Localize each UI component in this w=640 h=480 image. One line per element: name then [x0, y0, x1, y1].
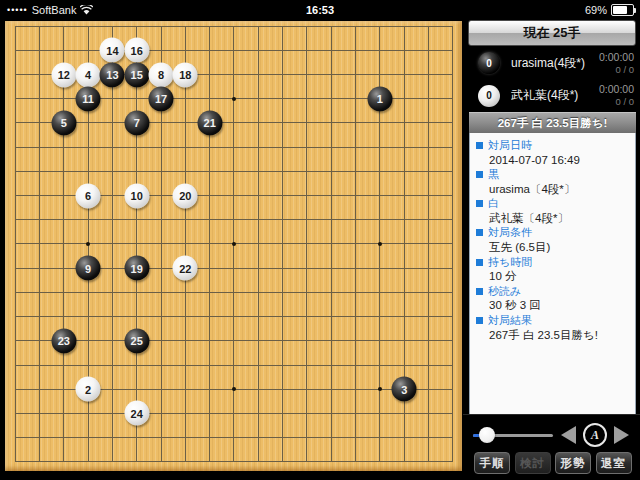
board-cell: [441, 353, 465, 377]
black-stone: 25: [124, 328, 149, 353]
board-cell: 19: [125, 256, 149, 280]
board-cell: [270, 159, 294, 183]
board-cell: [319, 208, 343, 232]
players-panel: 0 urasima(4段*) 0:00:00 0 / 0 0 武礼葉(4段*) …: [468, 47, 636, 112]
board-cell: [343, 38, 367, 62]
board-cell: [173, 159, 197, 183]
button-退室[interactable]: 退室: [596, 452, 632, 474]
board-cell: [319, 305, 343, 329]
board-cell: [295, 111, 319, 135]
board-cell: [441, 232, 465, 256]
board-cell: [319, 232, 343, 256]
board-cell: [149, 256, 173, 280]
board-cell: [3, 183, 27, 207]
go-board: 1416124131581811171572161020919222325232…: [5, 21, 462, 471]
board-cell: [222, 426, 246, 450]
board-cell: 25: [125, 329, 149, 353]
board-cell: [27, 111, 51, 135]
board-cell: [76, 135, 100, 159]
board-cell: [149, 280, 173, 304]
board-cell: [149, 377, 173, 401]
board-cell: [125, 159, 149, 183]
board-cell: [441, 14, 465, 38]
board-cell: [222, 183, 246, 207]
board-cell: [3, 353, 27, 377]
board-cell: [392, 135, 416, 159]
board-cell: [76, 280, 100, 304]
board-cell: 5: [52, 111, 76, 135]
black-captures-stone-icon: 0: [478, 52, 500, 74]
white-stone: 16: [124, 38, 149, 63]
player-row-black: 0 urasima(4段*) 0:00:00 0 / 0: [468, 47, 636, 79]
board-cell: [27, 280, 51, 304]
board-cell: [319, 426, 343, 450]
board-cell: [222, 329, 246, 353]
board-cell: [52, 377, 76, 401]
board-cell: [368, 353, 392, 377]
move-slider[interactable]: [473, 425, 553, 445]
board-cell: [343, 183, 367, 207]
board-cell: [149, 111, 173, 135]
board-cell: [27, 256, 51, 280]
board-cell: [416, 87, 440, 111]
info-label-text: 秒読み: [488, 284, 521, 299]
board-cell: [392, 426, 416, 450]
board-cell: [198, 183, 222, 207]
board-cell: [222, 256, 246, 280]
black-stone: 5: [51, 110, 76, 135]
board-cell: [246, 135, 270, 159]
board-cell: 1: [368, 87, 392, 111]
white-stone: 22: [173, 256, 198, 281]
board-cell: [149, 305, 173, 329]
black-periods: 0 / 0: [599, 64, 634, 76]
board-cell: [319, 280, 343, 304]
info-value: 30 秒 3 回: [476, 299, 629, 314]
info-value: 10 分: [476, 269, 629, 284]
board-cell: [52, 159, 76, 183]
board-cell: [270, 135, 294, 159]
board-cell: [368, 401, 392, 425]
board-cell: 23: [52, 329, 76, 353]
board-cell: [319, 183, 343, 207]
board-cell: [441, 183, 465, 207]
board-cell: [3, 135, 27, 159]
board-cell: [343, 401, 367, 425]
board-cell: [222, 401, 246, 425]
board-cell: [27, 329, 51, 353]
board-cell: [246, 183, 270, 207]
board-cell: [319, 329, 343, 353]
board-cell: [52, 183, 76, 207]
board-cell: [100, 159, 124, 183]
board-cell: [27, 208, 51, 232]
board-cell: [125, 426, 149, 450]
board-cell: [368, 305, 392, 329]
board-cell: [76, 159, 100, 183]
board-cell: [27, 62, 51, 86]
white-player-name: 武礼葉(4段*): [511, 87, 599, 104]
board-cell: [198, 38, 222, 62]
board-cell: [343, 353, 367, 377]
board-cell: [198, 305, 222, 329]
board-cell: [368, 232, 392, 256]
info-label-text: 対局条件: [488, 225, 532, 240]
board-cell: [392, 305, 416, 329]
board-cell: [3, 450, 27, 474]
player-row-white: 0 武礼葉(4段*) 0:00:00 0 / 0: [468, 80, 636, 112]
board-cell: [198, 256, 222, 280]
board-cell: 17: [149, 87, 173, 111]
board-cell: [343, 280, 367, 304]
board-cell: [198, 353, 222, 377]
board-cell: [392, 329, 416, 353]
board-cell: [198, 280, 222, 304]
board-cell: [198, 208, 222, 232]
board-cell: [343, 208, 367, 232]
board-cell: 14: [100, 38, 124, 62]
board-cell: [100, 87, 124, 111]
board-cell: [392, 208, 416, 232]
board-cell: [76, 208, 100, 232]
bullet-icon: [476, 171, 483, 178]
board-cell: [198, 62, 222, 86]
board-cell: [173, 111, 197, 135]
info-value: 267手 白 23.5目勝ち!: [476, 328, 629, 343]
board-cell: [416, 111, 440, 135]
board-cell: [343, 426, 367, 450]
star-point: [232, 97, 236, 101]
board-cell: [416, 256, 440, 280]
battery-percent-label: 69%: [585, 4, 607, 16]
board-cell: [222, 232, 246, 256]
info-label: 秒読み: [476, 284, 629, 299]
board-cell: [52, 208, 76, 232]
board-cell: [173, 87, 197, 111]
board-cell: [222, 111, 246, 135]
board-cell: [416, 183, 440, 207]
board-cell: [270, 232, 294, 256]
board-cell: [76, 111, 100, 135]
board-cell: 20: [173, 183, 197, 207]
board-cell: [343, 329, 367, 353]
board-cell: [343, 111, 367, 135]
board-cell: [441, 401, 465, 425]
star-point: [378, 242, 382, 246]
board-cell: [392, 14, 416, 38]
board-cell: [3, 38, 27, 62]
status-right: 69%: [585, 0, 634, 20]
board-cell: [368, 426, 392, 450]
board-cell: [416, 401, 440, 425]
board-cell: [149, 135, 173, 159]
board-cell: [149, 329, 173, 353]
board-cell: [125, 14, 149, 38]
board-cell: [100, 353, 124, 377]
board-cell: [295, 159, 319, 183]
board-cell: [222, 135, 246, 159]
board-cell: [246, 353, 270, 377]
board-cell: [441, 208, 465, 232]
board-cell: [270, 280, 294, 304]
board-cell: [343, 159, 367, 183]
board-cell: [52, 353, 76, 377]
white-stone: 6: [76, 183, 101, 208]
board-cell: [270, 353, 294, 377]
board-cell: [27, 14, 51, 38]
board-cell: [198, 377, 222, 401]
board-cell: [416, 159, 440, 183]
board-cell: [149, 353, 173, 377]
button-手順[interactable]: 手順: [474, 452, 510, 474]
battery-icon: [611, 4, 634, 16]
board-cell: [27, 159, 51, 183]
board-cell: [27, 135, 51, 159]
board-cell: [270, 14, 294, 38]
black-stone: 19: [124, 256, 149, 281]
board-cell: [149, 14, 173, 38]
bullet-icon: [476, 142, 483, 149]
board-cell: [270, 62, 294, 86]
board-cell: [27, 38, 51, 62]
board-cell: [125, 87, 149, 111]
nav-row: A: [473, 423, 632, 447]
board-grid: 1416124131581811171572161020919222325232…: [3, 14, 465, 474]
board-cell: 16: [125, 38, 149, 62]
playback-controls: A 手順検討形勢退室: [463, 414, 640, 480]
board-cell: [27, 183, 51, 207]
white-stone: 10: [124, 183, 149, 208]
board-cell: [149, 426, 173, 450]
board-cell: [392, 256, 416, 280]
board-cell: [52, 38, 76, 62]
black-stone: 9: [76, 256, 101, 281]
board-cell: [198, 159, 222, 183]
board-cell: [246, 111, 270, 135]
board-cell: [295, 208, 319, 232]
board-cell: [368, 377, 392, 401]
board-cell: [295, 353, 319, 377]
board-cell: [416, 305, 440, 329]
board-cell: [416, 329, 440, 353]
board-cell: [125, 353, 149, 377]
board-cell: [52, 280, 76, 304]
board-cell: [343, 87, 367, 111]
board-cell: [3, 159, 27, 183]
board-cell: [173, 377, 197, 401]
board-cell: [246, 14, 270, 38]
board-cell: [368, 450, 392, 474]
board-cell: [52, 426, 76, 450]
board-cell: [246, 377, 270, 401]
bullet-icon: [476, 229, 483, 236]
board-cell: [319, 353, 343, 377]
app-screen: ••••• SoftBank 16:53 69% 141612413158181…: [0, 0, 640, 480]
board-cell: [368, 183, 392, 207]
star-point: [86, 242, 90, 246]
white-stone: 24: [124, 401, 149, 426]
board-cell: [368, 159, 392, 183]
star-point: [232, 242, 236, 246]
board-cell: [52, 14, 76, 38]
board-cell: [173, 135, 197, 159]
board-cell: [52, 256, 76, 280]
board-cell: [52, 87, 76, 111]
board-cell: [368, 38, 392, 62]
info-value: 武礼葉〔4段*〕: [476, 211, 629, 226]
board-cell: [295, 87, 319, 111]
info-value: urasima〔4段*〕: [476, 182, 629, 197]
board-cell: [100, 426, 124, 450]
board-cell: [368, 14, 392, 38]
board-cell: [222, 62, 246, 86]
black-stone: 15: [124, 62, 149, 87]
board-cell: [198, 87, 222, 111]
board-cell: [100, 183, 124, 207]
board-cell: [173, 450, 197, 474]
info-label: 黒: [476, 167, 629, 182]
board-cell: [246, 87, 270, 111]
board-cell: [100, 450, 124, 474]
board-cell: [100, 232, 124, 256]
board-cell: [270, 87, 294, 111]
board-cell: [319, 256, 343, 280]
board-cell: [222, 87, 246, 111]
board-cell: [368, 208, 392, 232]
board-cell: [392, 353, 416, 377]
board-cell: [295, 38, 319, 62]
board-cell: [3, 256, 27, 280]
board-cell: [319, 159, 343, 183]
black-player-name: urasima(4段*): [511, 55, 599, 72]
slider-thumb[interactable]: [479, 427, 495, 443]
board-cell: [343, 256, 367, 280]
sidebar: 現在 25手 0 urasima(4段*) 0:00:00 0 / 0 0 武礼…: [463, 20, 640, 480]
board-cell: [295, 329, 319, 353]
white-stone: 8: [149, 62, 174, 87]
board-cell: [125, 232, 149, 256]
board-cell: [3, 111, 27, 135]
board-cell: [343, 305, 367, 329]
info-value: 2014-07-07 16:49: [476, 153, 629, 168]
info-label: 対局条件: [476, 226, 629, 241]
board-cell: [76, 232, 100, 256]
board-cell: [295, 62, 319, 86]
board-cell: [3, 401, 27, 425]
board-cell: [368, 329, 392, 353]
board-cell: [3, 87, 27, 111]
board-cell: [3, 305, 27, 329]
board-cell: [3, 232, 27, 256]
button-検討[interactable]: 検討: [515, 452, 551, 474]
black-stone: 1: [367, 86, 392, 111]
board-cell: [295, 426, 319, 450]
board-cell: [392, 183, 416, 207]
board-cell: [270, 111, 294, 135]
white-periods: 0 / 0: [599, 96, 634, 108]
board-cell: [392, 280, 416, 304]
board-cell: [149, 450, 173, 474]
white-stone: 20: [173, 183, 198, 208]
board-cell: [149, 159, 173, 183]
board-cell: [3, 14, 27, 38]
board-cell: [27, 377, 51, 401]
black-player-clock: 0:00:00 0 / 0: [599, 51, 634, 76]
board-cell: [319, 87, 343, 111]
board-cell: [441, 450, 465, 474]
board-cell: [173, 14, 197, 38]
board-cell: [416, 208, 440, 232]
board-cell: [246, 159, 270, 183]
board-cell: [441, 377, 465, 401]
board-cell: [441, 111, 465, 135]
board-cell: [27, 401, 51, 425]
board-cell: [246, 305, 270, 329]
board-cell: 12: [52, 62, 76, 86]
auto-play-button[interactable]: A: [583, 423, 607, 447]
star-point: [378, 387, 382, 391]
board-cell: [270, 208, 294, 232]
board-cell: [76, 401, 100, 425]
board-cell: [27, 87, 51, 111]
board-cell: [76, 329, 100, 353]
board-cell: [416, 280, 440, 304]
board-cell: [295, 280, 319, 304]
board-cell: [295, 183, 319, 207]
board-cell: [392, 232, 416, 256]
white-captures-stone-icon: 0: [478, 85, 500, 107]
board-cell: [416, 62, 440, 86]
board-cell: [343, 62, 367, 86]
board-cell: [222, 208, 246, 232]
board-cell: [441, 87, 465, 111]
board-cell: [295, 232, 319, 256]
board-cell: [246, 232, 270, 256]
prev-move-button[interactable]: [561, 426, 576, 444]
board-cell: [198, 135, 222, 159]
board-cell: [125, 377, 149, 401]
board-cell: [76, 305, 100, 329]
board-cell: [441, 159, 465, 183]
board-cell: [392, 62, 416, 86]
board-cell: [319, 450, 343, 474]
board-cell: [441, 426, 465, 450]
board-cell: [222, 159, 246, 183]
board-cell: [222, 38, 246, 62]
board-cell: 13: [100, 62, 124, 86]
board-cell: [343, 135, 367, 159]
board-cell: 15: [125, 62, 149, 86]
next-move-button[interactable]: [614, 426, 629, 444]
board-panel: 1416124131581811171572161020919222325232…: [0, 20, 463, 480]
info-label-text: 対局結果: [488, 313, 532, 328]
black-stone: 13: [100, 62, 125, 87]
board-cell: [100, 135, 124, 159]
board-cell: [246, 38, 270, 62]
info-label: 白: [476, 196, 629, 211]
info-label-text: 白: [488, 196, 499, 211]
board-cell: [319, 377, 343, 401]
board-cell: [198, 329, 222, 353]
board-cell: [295, 305, 319, 329]
board-cell: [246, 208, 270, 232]
board-cell: [246, 426, 270, 450]
button-形勢[interactable]: 形勢: [555, 452, 591, 474]
board-cell: [3, 280, 27, 304]
board-cell: [125, 280, 149, 304]
black-stone: 21: [197, 110, 222, 135]
board-cell: [100, 401, 124, 425]
